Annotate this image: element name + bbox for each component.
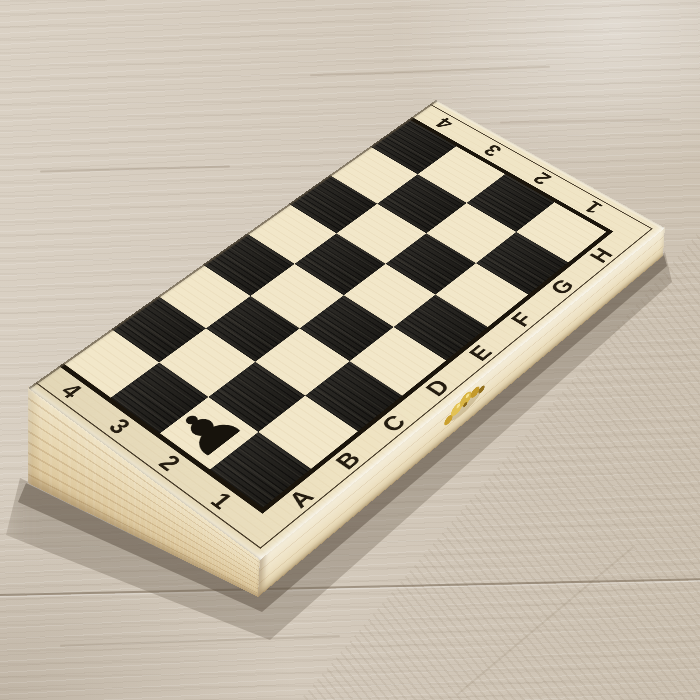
scene-floor: ♟ 43214321ABCDEFGH (0, 0, 700, 700)
